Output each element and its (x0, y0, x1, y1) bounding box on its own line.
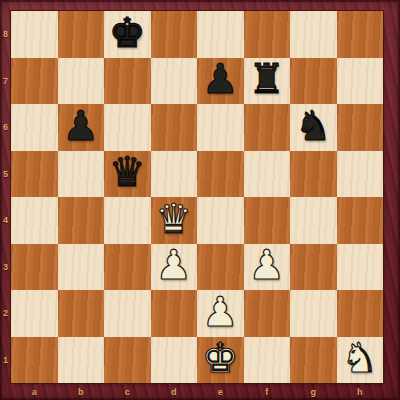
black-king-c8[interactable]: ♚ (109, 13, 146, 54)
black-knight-g6[interactable]: ♞ (295, 106, 332, 147)
square-a8[interactable] (11, 11, 58, 58)
file-label-g: g (290, 383, 337, 400)
square-h3[interactable] (337, 244, 384, 291)
square-c6[interactable] (104, 104, 151, 151)
file-labels: abcdefgh (11, 383, 383, 400)
file-label-e: e (197, 383, 244, 400)
file-label-b: b (58, 383, 105, 400)
square-f1[interactable] (244, 337, 291, 384)
square-c3[interactable] (104, 244, 151, 291)
square-e5[interactable] (197, 151, 244, 198)
square-b6[interactable]: ♟ (58, 104, 105, 151)
board: ♚♟♜♟♞♛♛♟♟♟♚♞ (11, 11, 383, 383)
square-f7[interactable]: ♜ (244, 58, 291, 105)
square-e3[interactable] (197, 244, 244, 291)
square-g3[interactable] (290, 244, 337, 291)
square-b4[interactable] (58, 197, 105, 244)
square-a6[interactable] (11, 104, 58, 151)
square-c2[interactable] (104, 290, 151, 337)
white-pawn-d3[interactable]: ♟ (155, 245, 192, 286)
square-h1[interactable]: ♞ (337, 337, 384, 384)
square-b8[interactable] (58, 11, 105, 58)
square-d1[interactable] (151, 337, 198, 384)
square-b3[interactable] (58, 244, 105, 291)
white-pawn-f3[interactable]: ♟ (248, 245, 285, 286)
square-h5[interactable] (337, 151, 384, 198)
square-g1[interactable] (290, 337, 337, 384)
rank-label-8: 8 (0, 11, 11, 58)
square-f5[interactable] (244, 151, 291, 198)
file-label-f: f (244, 383, 291, 400)
black-pawn-b6[interactable]: ♟ (62, 106, 99, 147)
square-e8[interactable] (197, 11, 244, 58)
square-g2[interactable] (290, 290, 337, 337)
square-f3[interactable]: ♟ (244, 244, 291, 291)
square-b7[interactable] (58, 58, 105, 105)
square-g4[interactable] (290, 197, 337, 244)
square-e2[interactable]: ♟ (197, 290, 244, 337)
chessboard-screenshot: 87654321 ♚♟♜♟♞♛♛♟♟♟♚♞ abcdefgh (0, 0, 400, 400)
square-c1[interactable] (104, 337, 151, 384)
square-f6[interactable] (244, 104, 291, 151)
square-a4[interactable] (11, 197, 58, 244)
file-label-a: a (11, 383, 58, 400)
rank-labels: 87654321 (0, 11, 11, 383)
square-c5[interactable]: ♛ (104, 151, 151, 198)
square-h8[interactable] (337, 11, 384, 58)
square-c8[interactable]: ♚ (104, 11, 151, 58)
square-d5[interactable] (151, 151, 198, 198)
square-h4[interactable] (337, 197, 384, 244)
square-d8[interactable] (151, 11, 198, 58)
black-queen-c5[interactable]: ♛ (109, 152, 146, 193)
square-b1[interactable] (58, 337, 105, 384)
file-label-d: d (151, 383, 198, 400)
square-h7[interactable] (337, 58, 384, 105)
square-f4[interactable] (244, 197, 291, 244)
rank-label-5: 5 (0, 151, 11, 198)
square-g8[interactable] (290, 11, 337, 58)
white-queen-d4[interactable]: ♛ (155, 199, 192, 240)
square-f2[interactable] (244, 290, 291, 337)
square-d3[interactable]: ♟ (151, 244, 198, 291)
square-e7[interactable]: ♟ (197, 58, 244, 105)
square-h2[interactable] (337, 290, 384, 337)
white-king-e1[interactable]: ♚ (202, 338, 239, 379)
square-a1[interactable] (11, 337, 58, 384)
square-h6[interactable] (337, 104, 384, 151)
square-g5[interactable] (290, 151, 337, 198)
white-pawn-e2[interactable]: ♟ (202, 292, 239, 333)
square-e6[interactable] (197, 104, 244, 151)
square-g6[interactable]: ♞ (290, 104, 337, 151)
file-label-h: h (337, 383, 384, 400)
black-pawn-e7[interactable]: ♟ (202, 59, 239, 100)
square-b5[interactable] (58, 151, 105, 198)
square-g7[interactable] (290, 58, 337, 105)
square-c7[interactable] (104, 58, 151, 105)
rank-label-1: 1 (0, 337, 11, 384)
square-f8[interactable] (244, 11, 291, 58)
square-c4[interactable] (104, 197, 151, 244)
rank-label-7: 7 (0, 58, 11, 105)
square-a3[interactable] (11, 244, 58, 291)
square-a7[interactable] (11, 58, 58, 105)
square-d6[interactable] (151, 104, 198, 151)
file-label-c: c (104, 383, 151, 400)
square-b2[interactable] (58, 290, 105, 337)
square-a5[interactable] (11, 151, 58, 198)
square-e1[interactable]: ♚ (197, 337, 244, 384)
white-knight-h1[interactable]: ♞ (341, 338, 378, 379)
square-d7[interactable] (151, 58, 198, 105)
square-d2[interactable] (151, 290, 198, 337)
black-rook-f7[interactable]: ♜ (248, 59, 285, 100)
rank-label-2: 2 (0, 290, 11, 337)
rank-label-3: 3 (0, 244, 11, 291)
rank-label-4: 4 (0, 197, 11, 244)
square-d4[interactable]: ♛ (151, 197, 198, 244)
rank-label-6: 6 (0, 104, 11, 151)
square-a2[interactable] (11, 290, 58, 337)
square-e4[interactable] (197, 197, 244, 244)
